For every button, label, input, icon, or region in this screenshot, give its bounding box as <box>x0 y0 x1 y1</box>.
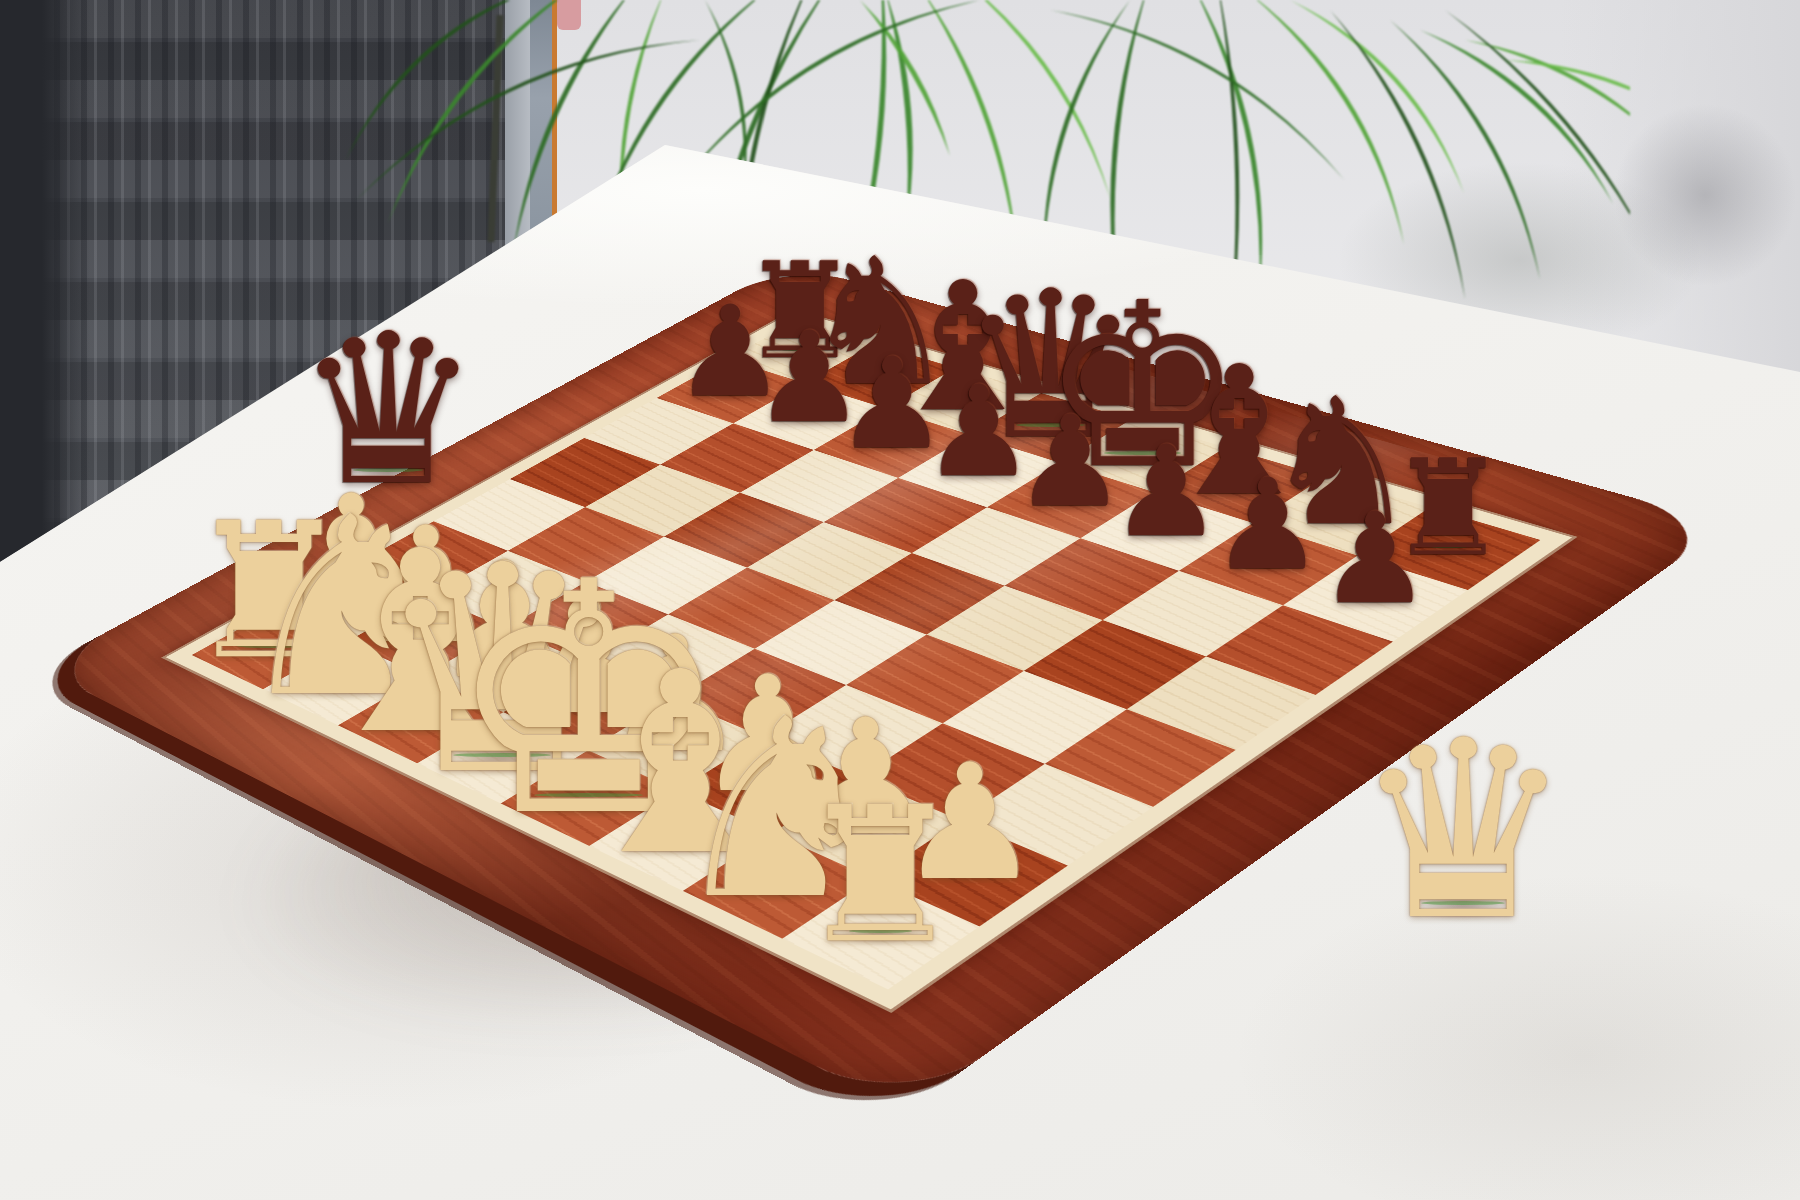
piece-white-rook[interactable]: ♜ <box>787 783 974 970</box>
queen-glyph: ♛ <box>1353 688 1574 974</box>
piece-black-pawn[interactable]: ♟ <box>1312 497 1437 622</box>
rook-glyph: ♜ <box>797 767 964 984</box>
pawn-glyph: ♟ <box>1212 452 1324 598</box>
pawn-glyph: ♟ <box>1319 486 1431 632</box>
palm-leaf <box>1290 0 1464 193</box>
palm-leaf <box>1465 40 1630 148</box>
palm-leaf <box>1420 30 1613 204</box>
piece-white-queen[interactable]: ♛ <box>1340 708 1586 954</box>
palm-leaf <box>1330 10 1465 300</box>
palm-leaf <box>1445 10 1630 263</box>
palm-leaf <box>1390 20 1540 280</box>
photo-scene: ♜♞♝♛♚♝♞♜♟♟♟♟♟♟♟♟♟♟♟♟♟♟♟♟♜♞♝♛♚♝♞♜♛♛ <box>0 0 1800 1200</box>
palm-leaf <box>950 0 1111 199</box>
palm-leaf <box>1245 0 1404 244</box>
